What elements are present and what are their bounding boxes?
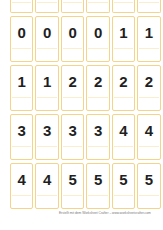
- card-separator-line: [88, 97, 107, 98]
- card-number: 1: [36, 66, 57, 97]
- card-separator-line: [139, 146, 158, 147]
- flashcard: 4: [137, 114, 160, 160]
- card-separator-line: [88, 48, 107, 49]
- card-number: 2: [62, 66, 83, 97]
- card-separator-line: [139, 97, 158, 98]
- flashcard: 1: [10, 65, 33, 111]
- card-number: 2: [87, 66, 108, 97]
- flashcard: 1: [137, 16, 160, 62]
- card-number: 3: [87, 115, 108, 146]
- flashcard: 0: [10, 16, 33, 62]
- card-number: 0: [87, 17, 108, 48]
- card-number: 1: [113, 17, 134, 48]
- flashcard-partial: [10, 0, 33, 13]
- flashcard-partial: [137, 0, 160, 13]
- card-number: 3: [11, 115, 32, 146]
- flashcard: 0: [61, 16, 84, 62]
- card-number: 4: [36, 164, 57, 195]
- flashcard: 2: [137, 65, 160, 111]
- card-number: 5: [62, 164, 83, 195]
- card-number: 0: [36, 17, 57, 48]
- flashcard: 4: [10, 163, 33, 209]
- flashcard: 5: [61, 163, 84, 209]
- card-separator-line: [139, 48, 158, 49]
- card-separator-line: [63, 195, 82, 196]
- flashcard-partial: [61, 0, 84, 13]
- card-number: 4: [138, 115, 159, 146]
- footer-credit: Erstellt mit dem Worksheet Crafter – www…: [59, 211, 151, 215]
- card-separator-line: [37, 146, 56, 147]
- card-separator-line: [88, 146, 107, 147]
- flashcard: 0: [35, 16, 58, 62]
- card-number: 2: [138, 66, 159, 97]
- flashcard: 3: [10, 114, 33, 160]
- card-separator-line: [114, 97, 133, 98]
- card-separator-line: [139, 195, 158, 196]
- card-separator-line: [12, 146, 31, 147]
- flashcard-partial: [35, 0, 58, 13]
- card-separator-line: [12, 2, 31, 3]
- card-separator-line: [12, 97, 31, 98]
- card-separator-line: [139, 2, 158, 3]
- card-separator-line: [114, 48, 133, 49]
- flashcard: 5: [86, 163, 109, 209]
- card-separator-line: [63, 97, 82, 98]
- card-number: 4: [11, 164, 32, 195]
- card-separator-line: [63, 2, 82, 3]
- flashcard-partial: [112, 0, 135, 13]
- card-number: 0: [62, 17, 83, 48]
- card-separator-line: [37, 2, 56, 3]
- card-number: 3: [62, 115, 83, 146]
- card-number: 4: [113, 115, 134, 146]
- flashcard-partial: [86, 0, 109, 13]
- flashcard: 2: [61, 65, 84, 111]
- card-number: 0: [11, 17, 32, 48]
- card-separator-line: [88, 195, 107, 196]
- flashcard-sheet: 000011112222333344445555 Erstellt mit de…: [0, 0, 163, 230]
- card-separator-line: [12, 195, 31, 196]
- flashcard: 3: [35, 114, 58, 160]
- card-separator-line: [37, 195, 56, 196]
- flashcard: 2: [86, 65, 109, 111]
- card-separator-line: [12, 48, 31, 49]
- card-separator-line: [114, 146, 133, 147]
- flashcard: 4: [35, 163, 58, 209]
- flashcard: 5: [137, 163, 160, 209]
- card-separator-line: [37, 48, 56, 49]
- card-separator-line: [63, 146, 82, 147]
- flashcard: 3: [86, 114, 109, 160]
- card-separator-line: [63, 48, 82, 49]
- card-separator-line: [88, 2, 107, 3]
- card-number: 5: [113, 164, 134, 195]
- card-number: 5: [87, 164, 108, 195]
- card-grid: 000011112222333344445555: [10, 0, 161, 209]
- flashcard: 0: [86, 16, 109, 62]
- flashcard: 1: [35, 65, 58, 111]
- card-number: 5: [138, 164, 159, 195]
- flashcard: 4: [112, 114, 135, 160]
- card-number: 1: [138, 17, 159, 48]
- card-separator-line: [37, 97, 56, 98]
- flashcard: 2: [112, 65, 135, 111]
- flashcard: 1: [112, 16, 135, 62]
- card-number: 1: [11, 66, 32, 97]
- card-separator-line: [114, 195, 133, 196]
- card-number: 2: [113, 66, 134, 97]
- flashcard: 5: [112, 163, 135, 209]
- card-number: 3: [36, 115, 57, 146]
- flashcard: 3: [61, 114, 84, 160]
- card-separator-line: [114, 2, 133, 3]
